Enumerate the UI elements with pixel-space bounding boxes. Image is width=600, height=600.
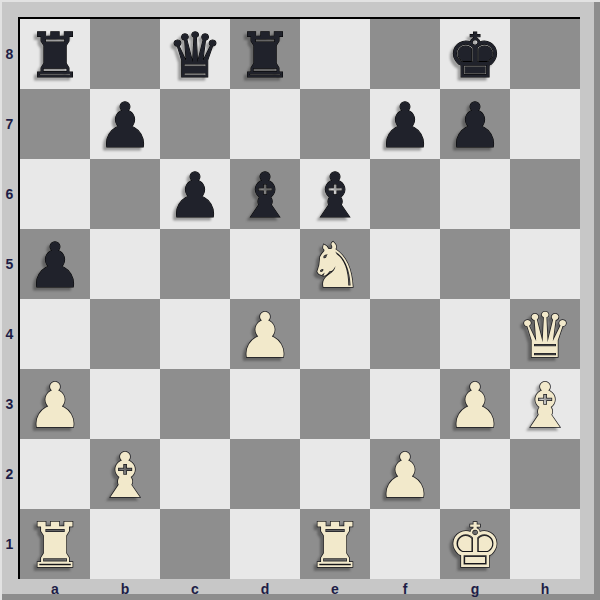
square-d6[interactable]: ♝ [230,159,300,229]
square-c7[interactable] [160,89,230,159]
black-rook: ♜ [237,25,293,87]
square-h5[interactable] [510,229,580,299]
square-h4[interactable]: ♛ [510,299,580,369]
square-c2[interactable] [160,439,230,509]
square-d2[interactable] [230,439,300,509]
square-g2[interactable] [440,439,510,509]
square-a4[interactable] [20,299,90,369]
square-c6[interactable]: ♟ [160,159,230,229]
square-h6[interactable] [510,159,580,229]
file-label-b: b [90,580,160,598]
square-d3[interactable] [230,369,300,439]
square-g8[interactable]: ♚ [440,19,510,89]
rank-label-2: 2 [2,439,17,509]
file-label-h: h [510,580,580,598]
square-b7[interactable]: ♟ [90,89,160,159]
chess-board: ♜♛♜♚♟♟♟♟♝♝♟♞♟♛♟♟♝♝♟♜♜♚ [18,17,580,579]
file-label-d: d [230,580,300,598]
square-g3[interactable]: ♟ [440,369,510,439]
square-e3[interactable] [300,369,370,439]
square-b5[interactable] [90,229,160,299]
square-d7[interactable] [230,89,300,159]
white-pawn: ♟ [27,375,83,437]
square-b4[interactable] [90,299,160,369]
square-g5[interactable] [440,229,510,299]
square-g4[interactable] [440,299,510,369]
square-a2[interactable] [20,439,90,509]
square-b2[interactable]: ♝ [90,439,160,509]
rank-label-7: 7 [2,89,17,159]
black-pawn: ♟ [97,95,153,157]
white-bishop: ♝ [517,375,573,437]
black-king: ♚ [447,25,503,87]
black-bishop: ♝ [307,165,363,227]
white-bishop: ♝ [97,445,153,507]
rank-label-6: 6 [2,159,17,229]
square-a8[interactable]: ♜ [20,19,90,89]
rank-label-8: 8 [2,19,17,89]
square-a1[interactable]: ♜ [20,509,90,579]
square-f7[interactable]: ♟ [370,89,440,159]
black-rook: ♜ [27,25,83,87]
white-knight: ♞ [307,235,363,297]
square-a3[interactable]: ♟ [20,369,90,439]
diagram-frame: ♜♛♜♚♟♟♟♟♝♝♟♞♟♛♟♟♝♝♟♜♜♚ 87654321 abcdefgh [0,0,600,600]
file-label-c: c [160,580,230,598]
file-label-e: e [300,580,370,598]
white-queen: ♛ [517,305,573,367]
square-d8[interactable]: ♜ [230,19,300,89]
black-bishop: ♝ [237,165,293,227]
square-d1[interactable] [230,509,300,579]
file-label-a: a [20,580,90,598]
square-f1[interactable] [370,509,440,579]
square-h8[interactable] [510,19,580,89]
square-d4[interactable]: ♟ [230,299,300,369]
black-queen: ♛ [167,25,223,87]
square-c4[interactable] [160,299,230,369]
square-h3[interactable]: ♝ [510,369,580,439]
white-rook: ♜ [307,515,363,577]
square-c1[interactable] [160,509,230,579]
square-e1[interactable]: ♜ [300,509,370,579]
square-f2[interactable]: ♟ [370,439,440,509]
square-a5[interactable]: ♟ [20,229,90,299]
square-b1[interactable] [90,509,160,579]
black-pawn: ♟ [377,95,433,157]
square-e2[interactable] [300,439,370,509]
square-a7[interactable] [20,89,90,159]
square-g6[interactable] [440,159,510,229]
square-c5[interactable] [160,229,230,299]
white-pawn: ♟ [377,445,433,507]
square-f4[interactable] [370,299,440,369]
square-h1[interactable] [510,509,580,579]
square-f3[interactable] [370,369,440,439]
square-e8[interactable] [300,19,370,89]
rank-label-5: 5 [2,229,17,299]
square-h2[interactable] [510,439,580,509]
white-pawn: ♟ [447,375,503,437]
square-b8[interactable] [90,19,160,89]
square-e6[interactable]: ♝ [300,159,370,229]
square-c8[interactable]: ♛ [160,19,230,89]
black-pawn: ♟ [447,95,503,157]
square-e7[interactable] [300,89,370,159]
rank-label-4: 4 [2,299,17,369]
rank-label-1: 1 [2,509,17,579]
white-rook: ♜ [27,515,83,577]
square-c3[interactable] [160,369,230,439]
square-h7[interactable] [510,89,580,159]
file-label-g: g [440,580,510,598]
square-e4[interactable] [300,299,370,369]
black-pawn: ♟ [27,235,83,297]
square-e5[interactable]: ♞ [300,229,370,299]
white-king: ♚ [447,515,503,577]
file-label-f: f [370,580,440,598]
square-a6[interactable] [20,159,90,229]
square-b6[interactable] [90,159,160,229]
square-f8[interactable] [370,19,440,89]
square-f6[interactable] [370,159,440,229]
black-pawn: ♟ [167,165,223,227]
square-f5[interactable] [370,229,440,299]
rank-label-3: 3 [2,369,17,439]
square-g1[interactable]: ♚ [440,509,510,579]
square-b3[interactable] [90,369,160,439]
white-pawn: ♟ [237,305,293,367]
square-g7[interactable]: ♟ [440,89,510,159]
square-d5[interactable] [230,229,300,299]
